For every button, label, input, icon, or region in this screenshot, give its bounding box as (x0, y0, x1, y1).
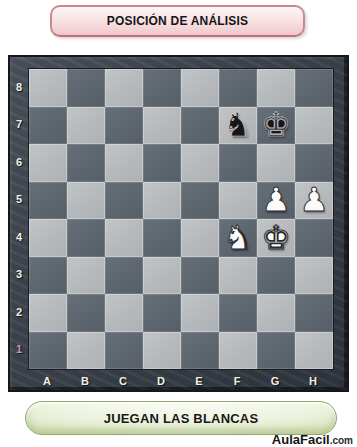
square-c8[interactable] (105, 69, 143, 107)
square-h1[interactable] (295, 332, 333, 370)
square-h6[interactable] (295, 144, 333, 182)
square-e4[interactable] (181, 219, 219, 257)
square-h7[interactable] (295, 107, 333, 145)
square-h3[interactable] (295, 257, 333, 295)
file-label-h: H (294, 370, 332, 392)
file-label-f: F (218, 370, 256, 392)
square-h5[interactable]: ♟ (295, 182, 333, 220)
square-d3[interactable] (143, 257, 181, 295)
square-g3[interactable] (257, 257, 295, 295)
square-e6[interactable] (181, 144, 219, 182)
square-f2[interactable] (219, 294, 257, 332)
square-d5[interactable] (143, 182, 181, 220)
square-d1[interactable] (143, 332, 181, 370)
square-h2[interactable] (295, 294, 333, 332)
square-e2[interactable] (181, 294, 219, 332)
square-d2[interactable] (143, 294, 181, 332)
square-c2[interactable] (105, 294, 143, 332)
square-d7[interactable] (143, 107, 181, 145)
square-d4[interactable] (143, 219, 181, 257)
piece-white-pawn[interactable]: ♟ (299, 182, 329, 218)
square-g1[interactable] (257, 332, 295, 370)
file-label-b: B (66, 370, 104, 392)
square-g2[interactable] (257, 294, 295, 332)
square-g8[interactable] (257, 69, 295, 107)
analysis-banner: POSICIÓN DE ANÁLISIS (50, 5, 305, 37)
square-b6[interactable] (67, 144, 105, 182)
file-labels: ABCDEFGH (28, 370, 332, 392)
square-a4[interactable] (29, 219, 67, 257)
square-c1[interactable] (105, 332, 143, 370)
piece-black-knight[interactable]: ♞ (223, 107, 253, 143)
page: POSICIÓN DE ANÁLISIS 87654321 ♞♚♟♟♞♚ ABC… (0, 0, 357, 447)
square-g7[interactable]: ♚ (257, 107, 295, 145)
square-c3[interactable] (105, 257, 143, 295)
watermark-suffix: .com (330, 435, 353, 446)
piece-white-pawn[interactable]: ♟ (261, 182, 291, 218)
rank-label-6: 6 (10, 143, 28, 181)
square-g5[interactable]: ♟ (257, 182, 295, 220)
file-label-c: C (104, 370, 142, 392)
square-a7[interactable] (29, 107, 67, 145)
square-f7[interactable]: ♞ (219, 107, 257, 145)
square-a1[interactable] (29, 332, 67, 370)
square-b8[interactable] (67, 69, 105, 107)
square-b3[interactable] (67, 257, 105, 295)
rank-labels: 87654321 (10, 68, 28, 368)
square-f3[interactable] (219, 257, 257, 295)
chess-board: 87654321 ♞♚♟♟♞♚ ABCDEFGH (8, 55, 349, 392)
watermark-brand: AulaFacil (272, 432, 330, 447)
rank-label-5: 5 (10, 181, 28, 219)
square-g6[interactable] (257, 144, 295, 182)
square-b5[interactable] (67, 182, 105, 220)
square-f4[interactable]: ♞ (219, 219, 257, 257)
square-f6[interactable] (219, 144, 257, 182)
square-e8[interactable] (181, 69, 219, 107)
square-a5[interactable] (29, 182, 67, 220)
file-label-e: E (180, 370, 218, 392)
analysis-banner-label: POSICIÓN DE ANÁLISIS (107, 14, 249, 28)
rank-label-3: 3 (10, 256, 28, 294)
square-b2[interactable] (67, 294, 105, 332)
square-c4[interactable] (105, 219, 143, 257)
square-a8[interactable] (29, 69, 67, 107)
watermark: AulaFacil.com (272, 430, 353, 447)
square-a2[interactable] (29, 294, 67, 332)
square-a6[interactable] (29, 144, 67, 182)
piece-white-knight[interactable]: ♞ (223, 220, 253, 256)
rank-label-7: 7 (10, 106, 28, 144)
rank-label-8: 8 (10, 68, 28, 106)
file-label-g: G (256, 370, 294, 392)
turn-banner-label: JUEGAN LAS BLANCAS (104, 411, 259, 426)
square-b7[interactable] (67, 107, 105, 145)
square-e5[interactable] (181, 182, 219, 220)
piece-white-king[interactable]: ♚ (261, 220, 291, 256)
square-f1[interactable] (219, 332, 257, 370)
file-label-a: A (28, 370, 66, 392)
board-grid: ♞♚♟♟♞♚ (28, 68, 334, 370)
square-a3[interactable] (29, 257, 67, 295)
square-e1[interactable] (181, 332, 219, 370)
square-f8[interactable] (219, 69, 257, 107)
rank-label-2: 2 (10, 293, 28, 331)
square-h8[interactable] (295, 69, 333, 107)
square-c5[interactable] (105, 182, 143, 220)
square-g4[interactable]: ♚ (257, 219, 295, 257)
file-label-d: D (142, 370, 180, 392)
rank-label-1: 1 (10, 331, 28, 369)
square-b1[interactable] (67, 332, 105, 370)
square-c7[interactable] (105, 107, 143, 145)
square-c6[interactable] (105, 144, 143, 182)
square-f5[interactable] (219, 182, 257, 220)
square-b4[interactable] (67, 219, 105, 257)
square-d8[interactable] (143, 69, 181, 107)
square-e3[interactable] (181, 257, 219, 295)
square-e7[interactable] (181, 107, 219, 145)
square-d6[interactable] (143, 144, 181, 182)
square-h4[interactable] (295, 219, 333, 257)
rank-label-4: 4 (10, 218, 28, 256)
piece-black-king[interactable]: ♚ (261, 107, 291, 143)
